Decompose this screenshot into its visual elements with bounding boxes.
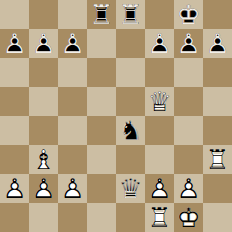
white-queen-outline: ♕ xyxy=(145,87,174,116)
square-f8[interactable] xyxy=(145,0,174,29)
black-pawn-outline: ♙ xyxy=(174,29,203,58)
square-f1[interactable]: ♜♖ xyxy=(145,203,174,232)
white-pawn-outline: ♙ xyxy=(58,174,87,203)
square-d2[interactable] xyxy=(87,174,116,203)
black-pawn[interactable]: ♟♙ xyxy=(29,29,58,58)
white-pawn-outline: ♙ xyxy=(0,174,29,203)
white-pawn[interactable]: ♟♙ xyxy=(0,174,29,203)
square-e8[interactable]: ♜♖ xyxy=(116,0,145,29)
square-d5[interactable] xyxy=(87,87,116,116)
square-h7[interactable]: ♟♙ xyxy=(203,29,232,58)
black-pawn[interactable]: ♟♙ xyxy=(174,29,203,58)
black-rook[interactable]: ♜♖ xyxy=(116,0,145,29)
black-knight-outline: ♘ xyxy=(116,116,145,145)
square-f7[interactable]: ♟♙ xyxy=(145,29,174,58)
white-rook[interactable]: ♜♖ xyxy=(145,203,174,232)
black-pawn-outline: ♙ xyxy=(0,29,29,58)
white-bishop[interactable]: ♝♗ xyxy=(29,145,58,174)
square-e7[interactable] xyxy=(116,29,145,58)
black-king-outline: ♔ xyxy=(174,0,203,29)
white-pawn-outline: ♙ xyxy=(29,174,58,203)
black-pawn-outline: ♙ xyxy=(203,29,232,58)
square-a4[interactable] xyxy=(0,116,29,145)
white-king[interactable]: ♚♔ xyxy=(174,203,203,232)
square-g5[interactable] xyxy=(174,87,203,116)
white-pawn[interactable]: ♟♙ xyxy=(58,174,87,203)
black-rook-outline: ♖ xyxy=(87,0,116,29)
black-pawn[interactable]: ♟♙ xyxy=(58,29,87,58)
white-king-outline: ♔ xyxy=(174,203,203,232)
square-e2[interactable]: ♛♕ xyxy=(116,174,145,203)
square-a1[interactable] xyxy=(0,203,29,232)
black-pawn[interactable]: ♟♙ xyxy=(145,29,174,58)
square-h6[interactable] xyxy=(203,58,232,87)
square-f5[interactable]: ♛♕ xyxy=(145,87,174,116)
square-h5[interactable] xyxy=(203,87,232,116)
chess-board: ♜♖♜♖♚♔♟♙♟♙♟♙♟♙♟♙♟♙♛♕♞♘♝♗♜♖♟♙♟♙♟♙♛♕♟♙♟♙♜♖… xyxy=(0,0,232,232)
square-f2[interactable]: ♟♙ xyxy=(145,174,174,203)
white-pawn-outline: ♙ xyxy=(174,174,203,203)
square-d4[interactable] xyxy=(87,116,116,145)
white-pawn[interactable]: ♟♙ xyxy=(174,174,203,203)
square-g2[interactable]: ♟♙ xyxy=(174,174,203,203)
square-c7[interactable]: ♟♙ xyxy=(58,29,87,58)
square-a2[interactable]: ♟♙ xyxy=(0,174,29,203)
square-e3[interactable] xyxy=(116,145,145,174)
black-pawn-outline: ♙ xyxy=(29,29,58,58)
black-pawn[interactable]: ♟♙ xyxy=(0,29,29,58)
square-c4[interactable] xyxy=(58,116,87,145)
square-a6[interactable] xyxy=(0,58,29,87)
square-d3[interactable] xyxy=(87,145,116,174)
square-h1[interactable] xyxy=(203,203,232,232)
square-c6[interactable] xyxy=(58,58,87,87)
square-d7[interactable] xyxy=(87,29,116,58)
square-e5[interactable] xyxy=(116,87,145,116)
square-g7[interactable]: ♟♙ xyxy=(174,29,203,58)
white-pawn[interactable]: ♟♙ xyxy=(29,174,58,203)
square-c8[interactable] xyxy=(58,0,87,29)
square-g4[interactable] xyxy=(174,116,203,145)
square-h4[interactable] xyxy=(203,116,232,145)
square-d6[interactable] xyxy=(87,58,116,87)
square-a5[interactable] xyxy=(0,87,29,116)
white-pawn-outline: ♙ xyxy=(145,174,174,203)
square-b4[interactable] xyxy=(29,116,58,145)
white-rook-outline: ♖ xyxy=(145,203,174,232)
black-knight[interactable]: ♞♘ xyxy=(116,116,145,145)
square-a8[interactable] xyxy=(0,0,29,29)
black-rook[interactable]: ♜♖ xyxy=(87,0,116,29)
square-h8[interactable] xyxy=(203,0,232,29)
square-a3[interactable] xyxy=(0,145,29,174)
square-g1[interactable]: ♚♔ xyxy=(174,203,203,232)
square-b5[interactable] xyxy=(29,87,58,116)
square-c3[interactable] xyxy=(58,145,87,174)
black-pawn[interactable]: ♟♙ xyxy=(203,29,232,58)
square-g8[interactable]: ♚♔ xyxy=(174,0,203,29)
square-b3[interactable]: ♝♗ xyxy=(29,145,58,174)
square-e1[interactable] xyxy=(116,203,145,232)
square-c1[interactable] xyxy=(58,203,87,232)
square-f4[interactable] xyxy=(145,116,174,145)
square-e4[interactable]: ♞♘ xyxy=(116,116,145,145)
square-h2[interactable] xyxy=(203,174,232,203)
black-pawn-outline: ♙ xyxy=(58,29,87,58)
white-rook[interactable]: ♜♖ xyxy=(203,145,232,174)
black-rook-outline: ♖ xyxy=(116,0,145,29)
square-b2[interactable]: ♟♙ xyxy=(29,174,58,203)
white-pawn[interactable]: ♟♙ xyxy=(145,174,174,203)
square-a7[interactable]: ♟♙ xyxy=(0,29,29,58)
square-b6[interactable] xyxy=(29,58,58,87)
square-f6[interactable] xyxy=(145,58,174,87)
white-bishop-outline: ♗ xyxy=(29,145,58,174)
white-rook-outline: ♖ xyxy=(203,145,232,174)
black-king[interactable]: ♚♔ xyxy=(174,0,203,29)
square-h3[interactable]: ♜♖ xyxy=(203,145,232,174)
square-b8[interactable] xyxy=(29,0,58,29)
square-b1[interactable] xyxy=(29,203,58,232)
white-queen[interactable]: ♛♕ xyxy=(145,87,174,116)
square-f3[interactable] xyxy=(145,145,174,174)
square-c2[interactable]: ♟♙ xyxy=(58,174,87,203)
square-b7[interactable]: ♟♙ xyxy=(29,29,58,58)
black-pawn-outline: ♙ xyxy=(145,29,174,58)
square-c5[interactable] xyxy=(58,87,87,116)
square-g3[interactable] xyxy=(174,145,203,174)
black-queen[interactable]: ♛♕ xyxy=(116,174,145,203)
square-e6[interactable] xyxy=(116,58,145,87)
square-d1[interactable] xyxy=(87,203,116,232)
black-queen-outline: ♕ xyxy=(116,174,145,203)
square-d8[interactable]: ♜♖ xyxy=(87,0,116,29)
square-g6[interactable] xyxy=(174,58,203,87)
